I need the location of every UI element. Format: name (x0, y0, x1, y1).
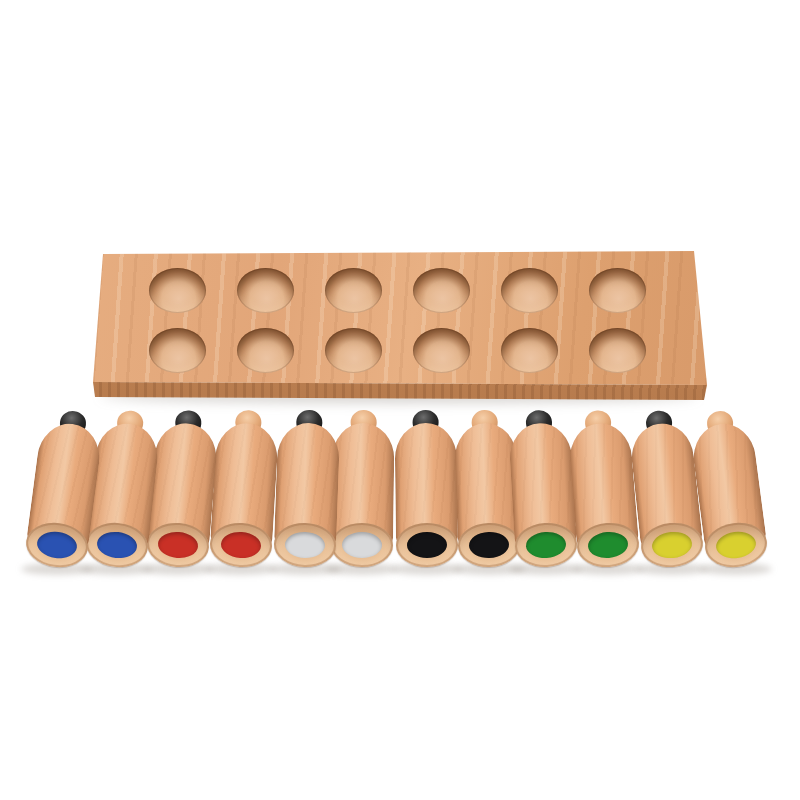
cylinder-8-color-dot-black (469, 531, 510, 558)
cylinder-12-color-dot-yellow (714, 530, 757, 561)
cylinder-6-color-dot-white (342, 532, 382, 559)
hole-r2-c2 (237, 328, 294, 373)
cylinder-4-color-dot-red (220, 531, 261, 559)
hole-r2-c6 (589, 328, 646, 373)
cylinder-7-color-dot-black (407, 532, 447, 558)
cylinder-6-white (331, 407, 395, 568)
cylinder-5-color-dot-white (285, 531, 326, 558)
hole-r1-c6 (589, 268, 646, 313)
cylinder-tray-board (86, 249, 712, 413)
cylinder-4-red (209, 405, 280, 568)
cylinder-9-color-dot-green (525, 531, 566, 559)
scene (0, 0, 800, 800)
hole-r1-c4 (413, 268, 470, 313)
cylinder-5-white (273, 406, 341, 568)
hole-grid (86, 249, 712, 385)
cylinder-10-color-dot-green (587, 530, 629, 559)
hole-r1-c1 (149, 268, 206, 313)
hole-r2-c3 (325, 328, 382, 373)
cylinder-7-bottom-face (396, 523, 459, 568)
cylinder-11-color-dot-yellow (651, 530, 694, 560)
cylinder-7-black (394, 407, 458, 568)
board-face (86, 249, 712, 401)
hole-r2-c5 (501, 328, 558, 373)
hole-r1-c5 (501, 268, 558, 313)
cylinder-8-bottom-face (457, 522, 521, 568)
cylinder-1-color-dot-blue (35, 530, 78, 561)
hole-r2-c4 (413, 328, 470, 373)
hole-r1-c2 (237, 268, 294, 313)
hole-r1-c3 (325, 268, 382, 313)
cylinder-6-bottom-face (331, 523, 394, 568)
hole-r2-c1 (149, 328, 206, 373)
cylinder-3-color-dot-red (157, 530, 199, 559)
cylinder-2-color-dot-blue (96, 530, 139, 560)
